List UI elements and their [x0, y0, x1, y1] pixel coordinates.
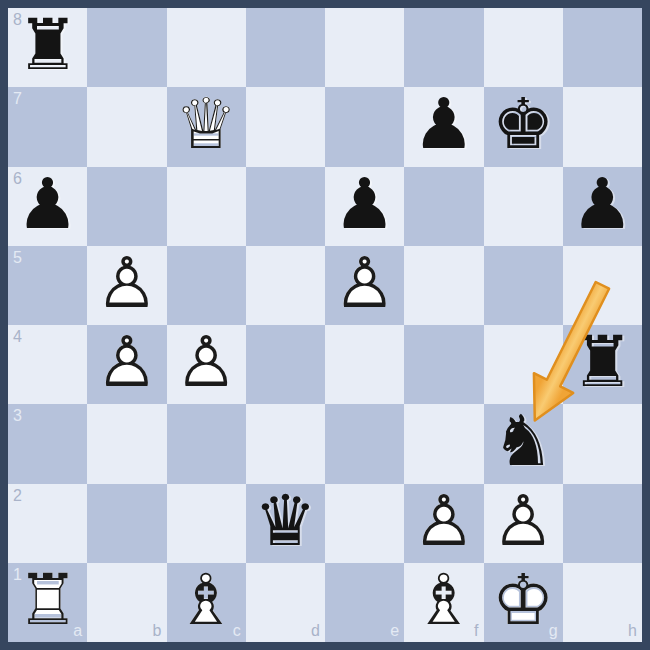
- square-d1[interactable]: d: [246, 563, 325, 642]
- file-label-h: h: [628, 623, 637, 639]
- rank-label-4: 4: [13, 329, 22, 345]
- square-h8[interactable]: [563, 8, 642, 87]
- square-e3[interactable]: [325, 404, 404, 483]
- square-b8[interactable]: [87, 8, 166, 87]
- square-g3[interactable]: ♞: [484, 404, 563, 483]
- square-g7[interactable]: ♚: [484, 87, 563, 166]
- square-f2[interactable]: ♟♙: [404, 484, 483, 563]
- black-piece-glyph: ♟: [16, 165, 79, 244]
- square-a2[interactable]: 2: [8, 484, 87, 563]
- square-d7[interactable]: [246, 87, 325, 166]
- black-piece-glyph: ♟: [412, 85, 475, 164]
- black-knight[interactable]: ♞: [484, 402, 563, 481]
- square-c7[interactable]: ♛♕: [167, 87, 246, 166]
- square-b3[interactable]: [87, 404, 166, 483]
- square-d3[interactable]: [246, 404, 325, 483]
- white-pawn[interactable]: ♟♙: [484, 482, 563, 561]
- file-label-d: d: [311, 623, 320, 639]
- square-h1[interactable]: h: [563, 563, 642, 642]
- square-c6[interactable]: [167, 167, 246, 246]
- square-h7[interactable]: [563, 87, 642, 166]
- white-bishop[interactable]: ♝♗: [404, 561, 483, 640]
- square-h6[interactable]: ♟: [563, 167, 642, 246]
- black-pawn[interactable]: ♟: [325, 165, 404, 244]
- square-c1[interactable]: c♝♗: [167, 563, 246, 642]
- square-a7[interactable]: 7: [8, 87, 87, 166]
- square-a5[interactable]: 5: [8, 246, 87, 325]
- black-piece-glyph: ♚: [492, 85, 555, 164]
- square-d8[interactable]: [246, 8, 325, 87]
- square-b5[interactable]: ♟♙: [87, 246, 166, 325]
- square-h2[interactable]: [563, 484, 642, 563]
- square-a4[interactable]: 4: [8, 325, 87, 404]
- square-f5[interactable]: [404, 246, 483, 325]
- square-c5[interactable]: [167, 246, 246, 325]
- rank-label-2: 2: [13, 488, 22, 504]
- white-pawn[interactable]: ♟♙: [87, 244, 166, 323]
- square-e1[interactable]: e: [325, 563, 404, 642]
- square-a8[interactable]: 8♜: [8, 8, 87, 87]
- square-d2[interactable]: ♛: [246, 484, 325, 563]
- black-pawn[interactable]: ♟: [8, 165, 87, 244]
- white-piece-outline: ♙: [95, 244, 158, 323]
- white-piece-outline: ♕: [175, 85, 238, 164]
- white-piece-outline: ♔: [492, 561, 555, 640]
- white-rook[interactable]: ♜♖: [8, 561, 87, 640]
- square-g8[interactable]: [484, 8, 563, 87]
- white-piece-outline: ♖: [16, 561, 79, 640]
- square-e5[interactable]: ♟♙: [325, 246, 404, 325]
- square-f4[interactable]: [404, 325, 483, 404]
- board-frame: 8♜7♛♕♟♚6♟♟♟5♟♙♟♙4♟♙♟♙♜3♞2♛♟♙♟♙1a♜♖bc♝♗de…: [0, 0, 650, 650]
- square-c4[interactable]: ♟♙: [167, 325, 246, 404]
- black-piece-glyph: ♞: [492, 402, 555, 481]
- black-piece-glyph: ♜: [571, 323, 634, 402]
- file-label-b: b: [153, 623, 162, 639]
- square-f6[interactable]: [404, 167, 483, 246]
- square-e7[interactable]: [325, 87, 404, 166]
- black-pawn[interactable]: ♟: [563, 165, 642, 244]
- square-g1[interactable]: g♚♔: [484, 563, 563, 642]
- square-b6[interactable]: [87, 167, 166, 246]
- square-d6[interactable]: [246, 167, 325, 246]
- square-b7[interactable]: [87, 87, 166, 166]
- square-h3[interactable]: [563, 404, 642, 483]
- white-piece-outline: ♙: [412, 482, 475, 561]
- square-c3[interactable]: [167, 404, 246, 483]
- square-c2[interactable]: [167, 484, 246, 563]
- square-e2[interactable]: [325, 484, 404, 563]
- black-piece-glyph: ♜: [16, 6, 79, 85]
- square-f7[interactable]: ♟: [404, 87, 483, 166]
- black-piece-glyph: ♟: [333, 165, 396, 244]
- square-h5[interactable]: [563, 246, 642, 325]
- square-e4[interactable]: [325, 325, 404, 404]
- square-h4[interactable]: ♜: [563, 325, 642, 404]
- square-a6[interactable]: 6♟: [8, 167, 87, 246]
- white-queen[interactable]: ♛♕: [167, 85, 246, 164]
- square-f8[interactable]: [404, 8, 483, 87]
- square-e8[interactable]: [325, 8, 404, 87]
- black-king[interactable]: ♚: [484, 85, 563, 164]
- square-f1[interactable]: f♝♗: [404, 563, 483, 642]
- black-queen[interactable]: ♛: [246, 482, 325, 561]
- square-g6[interactable]: [484, 167, 563, 246]
- black-pawn[interactable]: ♟: [404, 85, 483, 164]
- black-piece-glyph: ♟: [571, 165, 634, 244]
- white-piece-outline: ♙: [95, 323, 158, 402]
- square-d5[interactable]: [246, 246, 325, 325]
- white-piece-outline: ♙: [492, 482, 555, 561]
- rank-label-5: 5: [13, 250, 22, 266]
- white-piece-outline: ♙: [333, 244, 396, 323]
- white-piece-outline: ♙: [175, 323, 238, 402]
- black-rook[interactable]: ♜: [8, 6, 87, 85]
- white-pawn[interactable]: ♟♙: [325, 244, 404, 323]
- square-a1[interactable]: 1a♜♖: [8, 563, 87, 642]
- chess-board: 8♜7♛♕♟♚6♟♟♟5♟♙♟♙4♟♙♟♙♜3♞2♛♟♙♟♙1a♜♖bc♝♗de…: [8, 8, 642, 642]
- black-piece-glyph: ♛: [254, 482, 317, 561]
- white-pawn[interactable]: ♟♙: [404, 482, 483, 561]
- white-bishop[interactable]: ♝♗: [167, 561, 246, 640]
- white-pawn[interactable]: ♟♙: [167, 323, 246, 402]
- square-b1[interactable]: b: [87, 563, 166, 642]
- rank-label-7: 7: [13, 91, 22, 107]
- square-a3[interactable]: 3: [8, 404, 87, 483]
- white-king[interactable]: ♚♔: [484, 561, 563, 640]
- square-g5[interactable]: [484, 246, 563, 325]
- square-b2[interactable]: [87, 484, 166, 563]
- square-g2[interactable]: ♟♙: [484, 484, 563, 563]
- square-b4[interactable]: ♟♙: [87, 325, 166, 404]
- square-g4[interactable]: [484, 325, 563, 404]
- square-d4[interactable]: [246, 325, 325, 404]
- white-pawn[interactable]: ♟♙: [87, 323, 166, 402]
- file-label-e: e: [390, 623, 399, 639]
- white-piece-outline: ♗: [175, 561, 238, 640]
- black-rook[interactable]: ♜: [563, 323, 642, 402]
- square-f3[interactable]: [404, 404, 483, 483]
- square-c8[interactable]: [167, 8, 246, 87]
- white-piece-outline: ♗: [412, 561, 475, 640]
- square-e6[interactable]: ♟: [325, 167, 404, 246]
- rank-label-3: 3: [13, 408, 22, 424]
